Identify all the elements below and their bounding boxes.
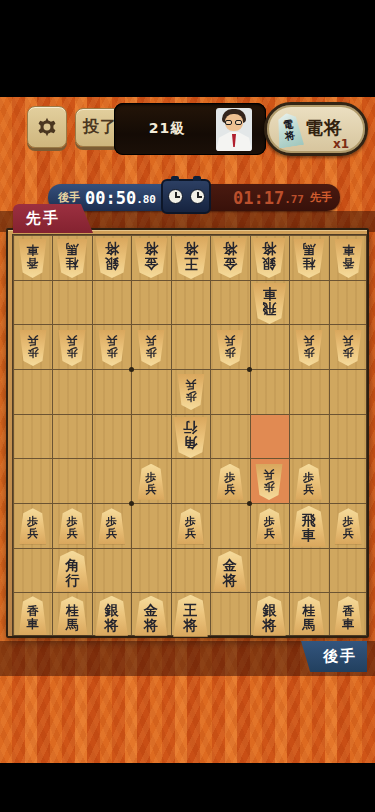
shogi-piece-gote-5一[interactable]: 王将 xyxy=(173,595,209,637)
ai-piece-icon: 電将 xyxy=(274,111,305,149)
gear-icon xyxy=(34,114,60,140)
sente-banner-label: 先手 xyxy=(26,209,60,228)
shogi-piece-sente-3九[interactable]: 銀将 xyxy=(95,238,129,278)
ai-multiplier: x1 xyxy=(333,137,349,151)
hoshi-dot xyxy=(129,501,134,506)
shogi-piece-sente-7八[interactable]: 飛車 xyxy=(252,283,287,324)
shogi-piece-sente-3七[interactable]: 歩兵 xyxy=(98,330,126,366)
shogi-piece-sente-5六[interactable]: 歩兵 xyxy=(177,374,205,410)
shogi-piece-sente-6九[interactable]: 金将 xyxy=(213,238,247,278)
ai-opponent-badge: 電将 電将 x1 xyxy=(264,102,368,156)
sente-time-fraction: .77 xyxy=(284,193,304,206)
gote-clock-label: 後手 xyxy=(58,190,80,205)
shogi-piece-sente-6七[interactable]: 歩兵 xyxy=(216,330,244,366)
shogi-piece-sente-4九[interactable]: 金将 xyxy=(134,238,168,278)
shogi-piece-gote-2一[interactable]: 桂馬 xyxy=(56,596,88,635)
shogi-board: 香車桂馬銀将金将王将金将銀将桂馬香車飛車歩兵歩兵歩兵歩兵歩兵歩兵歩兵歩兵角行歩兵… xyxy=(6,228,369,638)
shogi-piece-gote-3三[interactable]: 歩兵 xyxy=(98,508,126,544)
phone-screen: 投了 21級 電将 電将 x1 後手 00:50 xyxy=(0,0,375,812)
opponent-info-panel: 21級 xyxy=(114,103,266,155)
last-move-highlight-7五 xyxy=(251,415,289,459)
board-grid[interactable]: 香車桂馬銀将金将王将金将銀将桂馬香車飛車歩兵歩兵歩兵歩兵歩兵歩兵歩兵歩兵角行歩兵… xyxy=(12,234,367,636)
gote-time-fraction: .80 xyxy=(136,193,156,206)
shogi-piece-sente-9九[interactable]: 香車 xyxy=(334,239,363,278)
shogi-piece-gote-9三[interactable]: 歩兵 xyxy=(334,508,362,544)
shogi-piece-sente-5五[interactable]: 角行 xyxy=(173,417,208,458)
shogi-piece-gote-5三[interactable]: 歩兵 xyxy=(177,508,205,544)
shogi-piece-sente-9七[interactable]: 歩兵 xyxy=(334,330,362,366)
hoshi-dot xyxy=(247,367,252,372)
shogi-app: 投了 21級 電将 電将 x1 後手 00:50 xyxy=(0,97,375,763)
shogi-piece-gote-8一[interactable]: 桂馬 xyxy=(293,596,325,635)
shogi-piece-sente-2七[interactable]: 歩兵 xyxy=(58,330,86,366)
shogi-piece-gote-2三[interactable]: 歩兵 xyxy=(58,508,86,544)
shogi-piece-gote-4四[interactable]: 歩兵 xyxy=(137,464,165,500)
shogi-piece-gote-8三[interactable]: 飛車 xyxy=(291,506,326,547)
shogi-piece-gote-7一[interactable]: 銀将 xyxy=(252,596,286,636)
shogi-piece-sente-5九[interactable]: 王将 xyxy=(173,237,209,279)
opponent-avatar xyxy=(216,108,252,151)
shogi-piece-gote-6四[interactable]: 歩兵 xyxy=(216,464,244,500)
shogi-piece-gote-7三[interactable]: 歩兵 xyxy=(255,508,283,544)
gote-banner: 後手 xyxy=(301,641,367,672)
shogi-piece-sente-1七[interactable]: 歩兵 xyxy=(19,330,47,366)
sente-clock-label: 先手 xyxy=(310,190,332,205)
avatar-glasses-right xyxy=(235,120,242,125)
resign-label: 投了 xyxy=(83,117,117,138)
shogi-piece-gote-1一[interactable]: 香車 xyxy=(18,596,47,635)
shogi-piece-sente-1九[interactable]: 香車 xyxy=(18,239,47,278)
shogi-piece-sente-2九[interactable]: 桂馬 xyxy=(56,239,88,278)
chess-clock-icon xyxy=(161,179,211,214)
shogi-piece-sente-4七[interactable]: 歩兵 xyxy=(137,330,165,366)
shogi-piece-gote-8四[interactable]: 歩兵 xyxy=(295,464,323,500)
shogi-piece-gote-3一[interactable]: 銀将 xyxy=(95,596,129,636)
sente-time: 01:17 xyxy=(233,188,284,208)
gote-banner-label: 後手 xyxy=(323,647,357,666)
sente-banner: 先手 xyxy=(13,204,93,233)
avatar-glasses-left xyxy=(225,120,232,125)
shogi-piece-gote-4一[interactable]: 金将 xyxy=(134,596,168,636)
shogi-piece-gote-1三[interactable]: 歩兵 xyxy=(19,508,47,544)
gote-time: 00:50 xyxy=(85,188,136,208)
settings-button[interactable] xyxy=(27,106,67,148)
shogi-piece-sente-8七[interactable]: 歩兵 xyxy=(295,330,323,366)
shogi-piece-gote-9一[interactable]: 香車 xyxy=(334,596,363,635)
hoshi-dot xyxy=(129,367,134,372)
shogi-piece-sente-7九[interactable]: 銀将 xyxy=(252,238,286,278)
hoshi-dot xyxy=(247,501,252,506)
shogi-piece-gote-2二[interactable]: 角行 xyxy=(55,551,90,592)
shogi-piece-sente-8九[interactable]: 桂馬 xyxy=(293,239,325,278)
shogi-piece-gote-6二[interactable]: 金将 xyxy=(213,551,247,591)
opponent-rank: 21級 xyxy=(132,120,202,138)
